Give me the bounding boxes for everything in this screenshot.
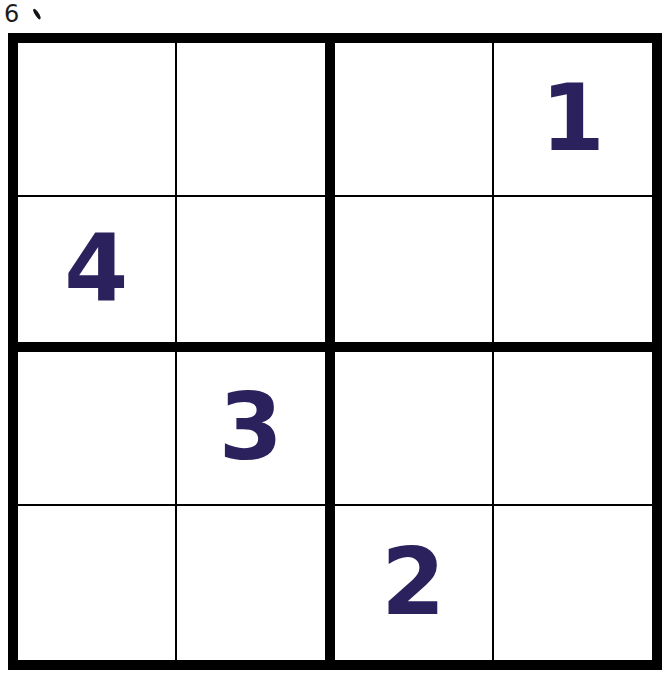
cell-r2c4[interactable] bbox=[494, 197, 653, 351]
cell-r4c3[interactable]: 2 bbox=[335, 506, 494, 660]
sudoku-board: 1 4 3 2 bbox=[8, 33, 662, 670]
cell-r4c2[interactable] bbox=[177, 506, 336, 660]
cell-r4c1[interactable] bbox=[18, 506, 177, 660]
ideographic-comma-icon bbox=[32, 8, 43, 20]
cell-r2c2[interactable] bbox=[177, 197, 336, 351]
cell-r4c4[interactable] bbox=[494, 506, 653, 660]
problem-number: 6 bbox=[4, 0, 21, 28]
cell-r3c2[interactable]: 3 bbox=[177, 352, 336, 506]
cell-r1c2[interactable] bbox=[177, 43, 336, 197]
cell-r2c3[interactable] bbox=[335, 197, 494, 351]
problem-number-label: 6 bbox=[4, 0, 39, 28]
cell-r3c1[interactable] bbox=[18, 352, 177, 506]
cell-r2c1[interactable]: 4 bbox=[18, 197, 177, 351]
cell-r3c3[interactable] bbox=[335, 352, 494, 506]
cell-r1c1[interactable] bbox=[18, 43, 177, 197]
cell-r3c4[interactable] bbox=[494, 352, 653, 506]
cell-r1c3[interactable] bbox=[335, 43, 494, 197]
cell-r1c4[interactable]: 1 bbox=[494, 43, 653, 197]
